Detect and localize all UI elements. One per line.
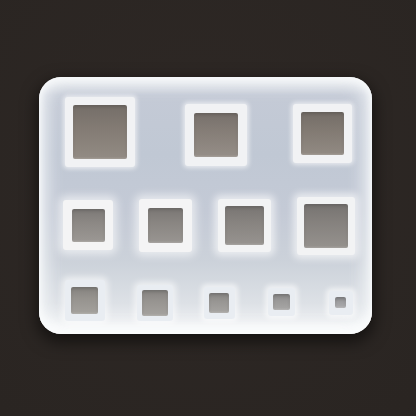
mold-cavity-small [65, 280, 105, 320]
cavity-pit [304, 204, 348, 248]
mold-cavity-small [137, 285, 173, 321]
cavity-pit [72, 209, 105, 242]
mold-cavity-small [268, 288, 296, 316]
cavity-pit [142, 290, 168, 316]
mold-cavity-small [329, 291, 353, 315]
cavity-pit [73, 105, 127, 159]
mold-cavity-large [185, 104, 247, 166]
cavity-pit [148, 208, 183, 243]
mold-cavity-medium [63, 200, 113, 250]
silicone-mold [39, 77, 372, 334]
mold-cavity-large [65, 97, 135, 167]
cavity-pit [71, 287, 98, 314]
mold-cavity-medium [297, 197, 355, 255]
cavity-pit [273, 294, 290, 311]
mold-cavity-large [293, 104, 352, 163]
mold-cavity-medium [218, 199, 272, 253]
cavity-pit [225, 206, 265, 246]
cavity-pit [335, 297, 346, 308]
mold-cavity-medium [139, 199, 192, 252]
cavity-pit [194, 113, 238, 157]
mold-cavity-small [204, 287, 235, 318]
cavity-pit [301, 112, 344, 155]
cavity-pit [209, 293, 230, 314]
photo-background [0, 0, 416, 416]
